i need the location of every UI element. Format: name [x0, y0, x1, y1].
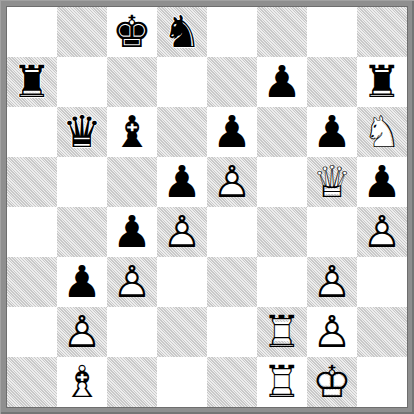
square-g2[interactable]: ♟♙ [307, 307, 357, 357]
square-e8[interactable] [207, 7, 257, 57]
square-g4[interactable] [307, 207, 357, 257]
square-h8[interactable] [357, 7, 407, 57]
square-d8[interactable]: ♞ [157, 7, 207, 57]
piece-white-pawn[interactable]: ♟♙ [107, 257, 157, 307]
piece-black-pawn[interactable]: ♟ [157, 157, 207, 207]
piece-black-knight[interactable]: ♞ [157, 7, 207, 57]
chess-board: ♚♞♜♟♜♛♝♟♟♞♘♟♟♙♛♕♟♟♟♙♟♙♟♟♙♟♙♟♙♜♖♟♙♝♗♜♖♚♔ [7, 7, 407, 407]
piece-black-pawn[interactable]: ♟ [207, 107, 257, 157]
square-g3[interactable]: ♟♙ [307, 257, 357, 307]
square-b6[interactable]: ♛ [57, 107, 107, 157]
piece-white-pawn[interactable]: ♟♙ [57, 307, 107, 357]
square-c8[interactable]: ♚ [107, 7, 157, 57]
rook-glyph-outline: ♖ [257, 357, 307, 407]
knight-glyph-outline: ♘ [357, 107, 407, 157]
square-b1[interactable]: ♝♗ [57, 357, 107, 407]
square-b8[interactable] [57, 7, 107, 57]
square-c4[interactable]: ♟ [107, 207, 157, 257]
square-b3[interactable]: ♟ [57, 257, 107, 307]
square-g8[interactable] [307, 7, 357, 57]
queen-glyph-outline: ♕ [307, 157, 357, 207]
square-a1[interactable] [7, 357, 57, 407]
square-b2[interactable]: ♟♙ [57, 307, 107, 357]
square-d1[interactable] [157, 357, 207, 407]
piece-black-pawn[interactable]: ♟ [257, 57, 307, 107]
square-e2[interactable] [207, 307, 257, 357]
pawn-glyph-outline: ♙ [107, 257, 157, 307]
square-g7[interactable] [307, 57, 357, 107]
square-c1[interactable] [107, 357, 157, 407]
square-g5[interactable]: ♛♕ [307, 157, 357, 207]
pawn-glyph-outline: ♙ [307, 257, 357, 307]
square-b7[interactable] [57, 57, 107, 107]
square-b5[interactable] [57, 157, 107, 207]
square-h4[interactable]: ♟♙ [357, 207, 407, 257]
square-e7[interactable] [207, 57, 257, 107]
board-frame: ♚♞♜♟♜♛♝♟♟♞♘♟♟♙♛♕♟♟♟♙♟♙♟♟♙♟♙♟♙♜♖♟♙♝♗♜♖♚♔ [0, 0, 414, 414]
square-c2[interactable] [107, 307, 157, 357]
square-g1[interactable]: ♚♔ [307, 357, 357, 407]
square-a8[interactable] [7, 7, 57, 57]
square-c6[interactable]: ♝ [107, 107, 157, 157]
square-e1[interactable] [207, 357, 257, 407]
bishop-glyph-outline: ♗ [57, 357, 107, 407]
piece-black-king[interactable]: ♚ [107, 7, 157, 57]
square-d2[interactable] [157, 307, 207, 357]
piece-black-rook[interactable]: ♜ [357, 57, 407, 107]
pawn-glyph-outline: ♙ [57, 307, 107, 357]
piece-black-pawn[interactable]: ♟ [57, 257, 107, 307]
piece-white-pawn[interactable]: ♟♙ [157, 207, 207, 257]
piece-white-rook[interactable]: ♜♖ [257, 357, 307, 407]
square-g6[interactable]: ♟ [307, 107, 357, 157]
square-d7[interactable] [157, 57, 207, 107]
piece-white-pawn[interactable]: ♟♙ [357, 207, 407, 257]
square-h5[interactable]: ♟ [357, 157, 407, 207]
piece-black-bishop[interactable]: ♝ [107, 107, 157, 157]
square-e5[interactable]: ♟♙ [207, 157, 257, 207]
pawn-glyph-outline: ♙ [357, 207, 407, 257]
square-e3[interactable] [207, 257, 257, 307]
square-f6[interactable] [257, 107, 307, 157]
square-d4[interactable]: ♟♙ [157, 207, 207, 257]
piece-black-rook[interactable]: ♜ [7, 57, 57, 107]
square-a7[interactable]: ♜ [7, 57, 57, 107]
piece-white-pawn[interactable]: ♟♙ [307, 307, 357, 357]
square-a5[interactable] [7, 157, 57, 207]
rook-glyph-outline: ♖ [257, 307, 307, 357]
square-f8[interactable] [257, 7, 307, 57]
square-c5[interactable] [107, 157, 157, 207]
piece-white-bishop[interactable]: ♝♗ [57, 357, 107, 407]
pawn-glyph-outline: ♙ [207, 157, 257, 207]
square-h2[interactable] [357, 307, 407, 357]
square-f2[interactable]: ♜♖ [257, 307, 307, 357]
piece-black-pawn[interactable]: ♟ [357, 157, 407, 207]
piece-white-king[interactable]: ♚♔ [307, 357, 357, 407]
piece-white-pawn[interactable]: ♟♙ [307, 257, 357, 307]
square-h6[interactable]: ♞♘ [357, 107, 407, 157]
square-h1[interactable] [357, 357, 407, 407]
square-c7[interactable] [107, 57, 157, 107]
square-e4[interactable] [207, 207, 257, 257]
square-d6[interactable] [157, 107, 207, 157]
square-f1[interactable]: ♜♖ [257, 357, 307, 407]
square-d5[interactable]: ♟ [157, 157, 207, 207]
pawn-glyph-outline: ♙ [307, 307, 357, 357]
piece-white-queen[interactable]: ♛♕ [307, 157, 357, 207]
piece-white-pawn[interactable]: ♟♙ [207, 157, 257, 207]
square-d3[interactable] [157, 257, 207, 307]
square-f3[interactable] [257, 257, 307, 307]
pawn-glyph-outline: ♙ [157, 207, 207, 257]
piece-black-pawn[interactable]: ♟ [107, 207, 157, 257]
square-h3[interactable] [357, 257, 407, 307]
square-f7[interactable]: ♟ [257, 57, 307, 107]
square-a4[interactable] [7, 207, 57, 257]
king-glyph-outline: ♔ [307, 357, 357, 407]
square-c3[interactable]: ♟♙ [107, 257, 157, 307]
square-f4[interactable] [257, 207, 307, 257]
square-f5[interactable] [257, 157, 307, 207]
piece-white-rook[interactable]: ♜♖ [257, 307, 307, 357]
square-h7[interactable]: ♜ [357, 57, 407, 107]
piece-black-pawn[interactable]: ♟ [307, 107, 357, 157]
square-a6[interactable] [7, 107, 57, 157]
square-b4[interactable] [57, 207, 107, 257]
square-a2[interactable] [7, 307, 57, 357]
square-a3[interactable] [7, 257, 57, 307]
piece-white-knight[interactable]: ♞♘ [357, 107, 407, 157]
piece-black-queen[interactable]: ♛ [57, 107, 107, 157]
square-e6[interactable]: ♟ [207, 107, 257, 157]
